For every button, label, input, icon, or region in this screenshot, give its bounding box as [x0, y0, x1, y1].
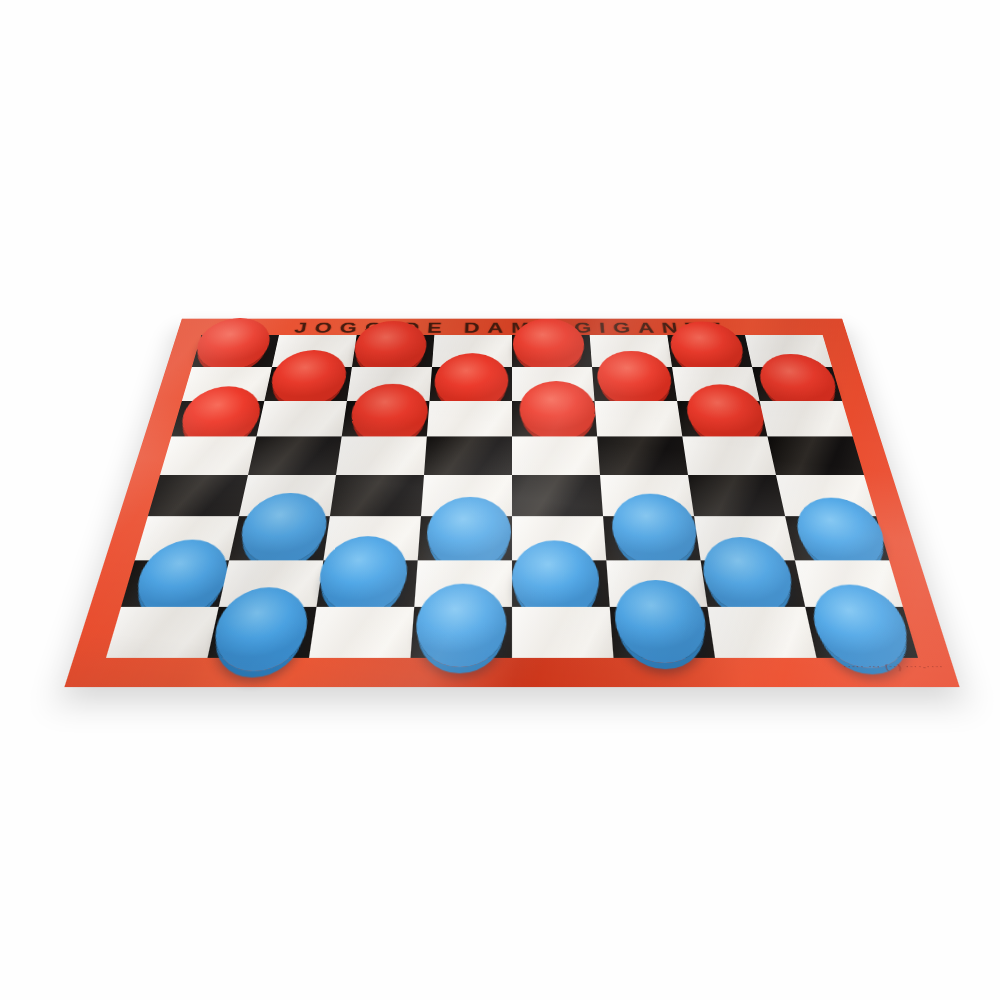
square-r3c6[interactable] — [595, 401, 683, 437]
square-r3c3[interactable] — [342, 401, 430, 437]
checkers-board — [106, 335, 918, 658]
square-r5c1[interactable] — [148, 475, 248, 516]
square-r3c5[interactable] — [512, 401, 597, 437]
mat-title: JOGO DE DAMA GIGANTE — [176, 320, 847, 336]
blue-piece[interactable] — [806, 585, 918, 669]
square-r7c7[interactable] — [701, 560, 806, 607]
game-mat: JOGO DE DAMA GIGANTE ····· ··· (··) ····… — [64, 319, 959, 687]
square-r4c7[interactable] — [682, 437, 776, 475]
square-r3c1[interactable] — [171, 401, 264, 437]
square-r6c4[interactable] — [418, 516, 512, 560]
square-r8c8[interactable] — [805, 607, 918, 658]
square-r3c7[interactable] — [677, 401, 767, 437]
square-r8c5[interactable] — [512, 607, 614, 658]
game-mat-perspective-wrap: JOGO DE DAMA GIGANTE ····· ··· (··) ····… — [64, 319, 959, 687]
square-r4c6[interactable] — [597, 437, 688, 475]
square-r8c1[interactable] — [106, 607, 219, 658]
square-r1c5[interactable] — [512, 335, 592, 367]
square-r7c5[interactable] — [512, 560, 610, 607]
square-r1c7[interactable] — [667, 335, 752, 367]
square-r2c8[interactable] — [752, 367, 842, 401]
square-r8c3[interactable] — [309, 607, 414, 658]
square-r2c2[interactable] — [264, 367, 352, 401]
square-r8c4[interactable] — [410, 607, 512, 658]
square-r4c4[interactable] — [424, 437, 512, 475]
square-r4c5[interactable] — [512, 437, 600, 475]
blue-piece[interactable] — [790, 497, 893, 569]
square-r3c8[interactable] — [760, 401, 853, 437]
square-r6c2[interactable] — [229, 516, 330, 560]
square-r8c6[interactable] — [610, 607, 715, 658]
square-r3c2[interactable] — [256, 401, 346, 437]
square-r7c3[interactable] — [316, 560, 417, 607]
square-r4c3[interactable] — [336, 437, 427, 475]
product-photo-canvas: JOGO DE DAMA GIGANTE ····· ··· (··) ····… — [0, 0, 1000, 1000]
square-r7c1[interactable] — [121, 560, 229, 607]
square-r6c8[interactable] — [785, 516, 889, 560]
square-r2c4[interactable] — [429, 367, 512, 401]
square-r8c7[interactable] — [708, 607, 817, 658]
square-r8c2[interactable] — [207, 607, 316, 658]
mat-fine-print: ····· ··· (··) ····-···· — [769, 662, 945, 671]
square-r4c2[interactable] — [248, 437, 342, 475]
square-r5c3[interactable] — [330, 475, 424, 516]
square-r4c8[interactable] — [768, 437, 864, 475]
square-r3c4[interactable] — [427, 401, 512, 437]
square-r1c1[interactable] — [192, 335, 279, 367]
square-r5c5[interactable] — [512, 475, 603, 516]
square-r5c7[interactable] — [688, 475, 785, 516]
square-r2c6[interactable] — [592, 367, 677, 401]
square-r1c3[interactable] — [352, 335, 434, 367]
square-r4c1[interactable] — [160, 437, 256, 475]
square-r6c6[interactable] — [603, 516, 701, 560]
